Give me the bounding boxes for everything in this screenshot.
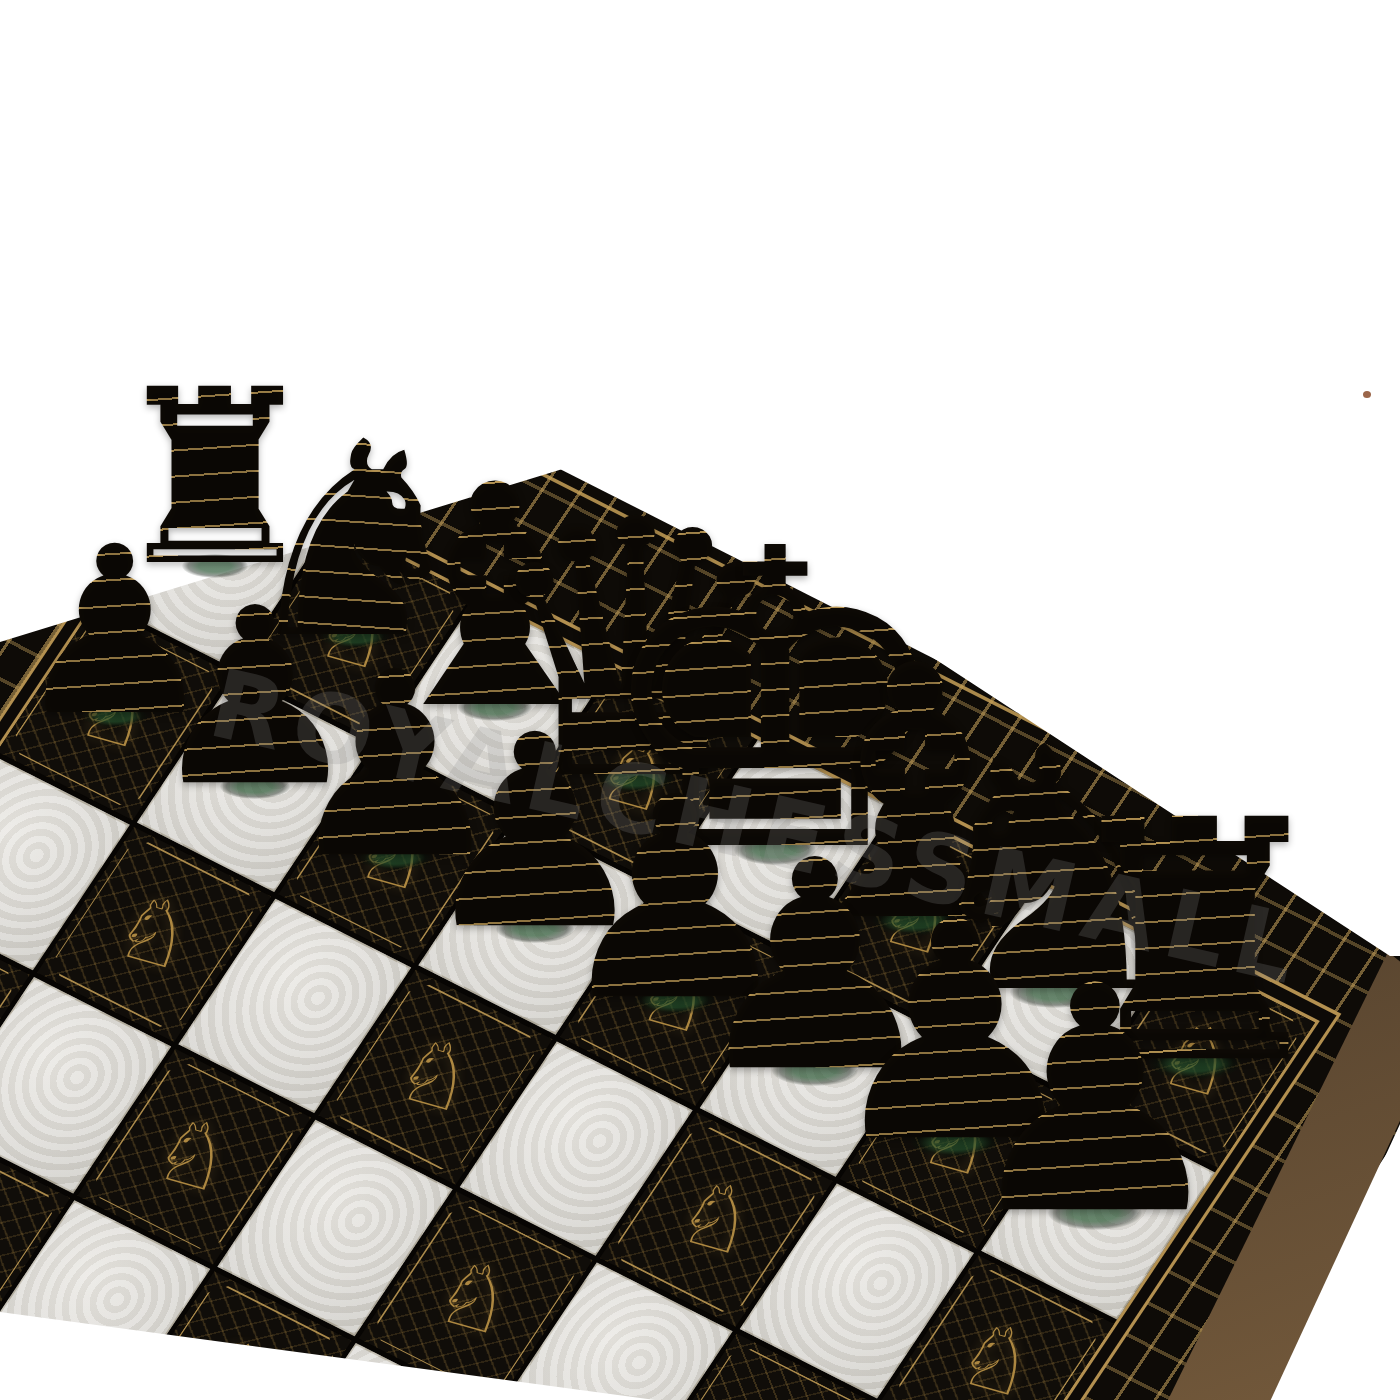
black-pawn-glyph: ♟ [955, 953, 1235, 1249]
pieces-layer: ♜♞♝♛♚♝♞♜♟♟♟♟♟♟♟♟ [0, 0, 1400, 1400]
product-photo: ♜♞♝♛♚♝♞♜♟♟♟♟♟♟♟♟ ROYALCHESSMALL [0, 0, 1400, 1400]
